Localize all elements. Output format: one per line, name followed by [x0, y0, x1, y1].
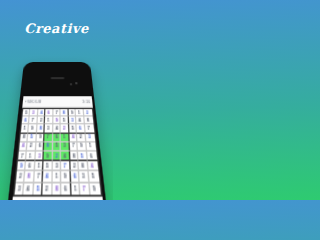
digit: 8 — [72, 153, 75, 159]
phone-screen: ‹ MEDIUM 3:16 ⚙ 534678912672195348198342… — [0, 96, 113, 200]
cell-r4c6[interactable]: 1 — [61, 133, 69, 142]
digit: 9 — [46, 153, 49, 159]
digit: 8 — [22, 134, 25, 139]
digit: 3 — [64, 143, 67, 148]
sudoku-board: 5346789126721953481983425678597614234268… — [12, 108, 101, 196]
digit: 3 — [71, 118, 74, 123]
cell-r4c4[interactable]: 7 — [44, 133, 52, 142]
difficulty-label: MEDIUM — [28, 100, 42, 103]
digit: 9 — [71, 110, 74, 114]
digit: 6 — [79, 126, 82, 131]
settings-button[interactable]: ⚙ — [103, 98, 109, 104]
gear-icon: ⚙ — [103, 98, 109, 104]
digit: 2 — [80, 134, 83, 139]
digit: 6 — [90, 153, 93, 159]
cell-r7c4[interactable]: 5 — [43, 161, 52, 171]
digit: 7 — [64, 163, 67, 169]
cell-r3c4[interactable]: 3 — [45, 125, 53, 133]
digit: 9 — [19, 163, 22, 169]
digit: 4 — [26, 185, 29, 192]
digit: 4 — [79, 118, 82, 123]
digit: 8 — [63, 110, 65, 114]
speaker-grille-icon — [50, 77, 64, 79]
camera-dot-icon — [75, 82, 77, 84]
digit: 7 — [31, 118, 34, 123]
digit: 6 — [55, 134, 58, 139]
digit: 8 — [82, 163, 85, 169]
digit: 5 — [81, 153, 84, 159]
digit: 9 — [64, 173, 67, 179]
digit: 6 — [73, 173, 76, 179]
digit: 5 — [63, 118, 66, 123]
cell-r6c4[interactable]: 9 — [44, 152, 53, 162]
back-button[interactable]: ‹ MEDIUM — [23, 96, 74, 107]
cell-r8c3[interactable]: 7 — [34, 172, 44, 183]
cell-r5c9[interactable]: 1 — [86, 142, 95, 151]
digit: 7 — [83, 185, 86, 192]
digit: 1 — [29, 153, 32, 159]
cell-r2c9[interactable]: 8 — [84, 117, 93, 125]
timer-label: 3:16 — [82, 99, 90, 103]
cell-r3c5[interactable]: 4 — [53, 125, 61, 133]
digit: 2 — [55, 153, 58, 159]
cell-r3c9[interactable]: 7 — [85, 125, 94, 133]
cell-r9c6[interactable]: 6 — [62, 183, 72, 195]
digit: 4 — [46, 173, 49, 179]
digit: 6 — [28, 163, 31, 169]
cell-r6c3[interactable]: 3 — [35, 152, 44, 162]
digit: 5 — [46, 163, 49, 169]
digit: 2 — [86, 110, 89, 114]
digit: 5 — [36, 185, 39, 192]
digit: 3 — [55, 163, 58, 169]
digit: 7 — [88, 126, 91, 131]
digit: 7 — [36, 173, 39, 179]
digit: 1 — [78, 110, 81, 114]
cell-r7c5[interactable]: 3 — [53, 161, 62, 171]
digit: 8 — [39, 126, 42, 131]
digit: 1 — [74, 185, 77, 192]
digit: 4 — [55, 126, 57, 131]
digit: 1 — [47, 118, 50, 123]
cell-r4c5[interactable]: 6 — [53, 133, 61, 142]
digit: 4 — [64, 153, 67, 159]
digit: 5 — [71, 126, 74, 131]
digit: 9 — [31, 126, 34, 131]
digit: 3 — [32, 110, 35, 114]
cell-r9c3[interactable]: 5 — [33, 183, 43, 195]
digit: 7 — [20, 153, 23, 159]
digit: 2 — [73, 163, 76, 169]
digit: 9 — [55, 118, 57, 123]
app-background: { "page_title": "Creative", "game": "sud… — [0, 0, 113, 200]
digit: 2 — [39, 118, 42, 123]
digit: 3 — [38, 153, 41, 159]
cell-r8c6[interactable]: 9 — [62, 172, 71, 183]
digit: 1 — [89, 143, 92, 148]
digit: 4 — [91, 163, 94, 169]
cell-r8c9[interactable]: 5 — [89, 172, 99, 183]
digit: 4 — [72, 134, 75, 139]
digit: 1 — [23, 126, 26, 131]
digit: 9 — [93, 185, 96, 192]
cell-r9c5[interactable]: 8 — [52, 183, 62, 195]
cell-r8c5[interactable]: 1 — [52, 172, 61, 183]
digit: 8 — [27, 173, 30, 179]
cell-r5c6[interactable]: 3 — [61, 142, 70, 151]
digit: 8 — [87, 118, 90, 123]
cell-r9c9[interactable]: 9 — [90, 183, 100, 195]
cell-r7c9[interactable]: 4 — [88, 161, 98, 171]
digit: 5 — [24, 110, 27, 114]
digit: 3 — [82, 173, 85, 179]
digit: 1 — [37, 163, 40, 169]
digit: 6 — [64, 185, 67, 192]
cell-r2c5[interactable]: 9 — [53, 117, 61, 125]
digit: 2 — [45, 185, 48, 192]
cell-r2c4[interactable]: 1 — [45, 117, 53, 125]
cell-r5c5[interactable]: 5 — [53, 142, 62, 151]
digit: 8 — [47, 143, 50, 148]
digit: 5 — [55, 143, 58, 148]
cell-r6c6[interactable]: 4 — [61, 152, 70, 162]
digit: 1 — [55, 173, 58, 179]
digit: 2 — [29, 143, 32, 148]
digit: 9 — [80, 143, 83, 148]
cell-r3c6[interactable]: 2 — [61, 125, 69, 133]
cell-r5c4[interactable]: 8 — [44, 142, 53, 151]
cell-r1c9[interactable]: 2 — [84, 109, 92, 117]
app-bar: ‹ MEDIUM 3:16 ⚙ — [22, 96, 93, 108]
digit: 7 — [72, 143, 75, 148]
digit: 6 — [38, 143, 41, 148]
cell-r8c4[interactable]: 4 — [43, 172, 52, 183]
phone-mockup: ‹ MEDIUM 3:16 ⚙ 534678912672195348198342… — [0, 62, 113, 200]
cell-r6c9[interactable]: 6 — [87, 152, 97, 162]
cell-r1c5[interactable]: 7 — [53, 109, 61, 117]
digit: 6 — [23, 118, 26, 123]
digit: 5 — [92, 173, 95, 179]
digit: 5 — [30, 134, 33, 139]
cell-r7c3[interactable]: 1 — [34, 161, 43, 171]
cell-r7c6[interactable]: 7 — [61, 161, 70, 171]
cell-r9c4[interactable]: 2 — [43, 183, 53, 195]
digit: 3 — [47, 126, 50, 131]
digit: 4 — [40, 110, 43, 114]
digit: 1 — [63, 134, 66, 139]
digit: 9 — [38, 134, 41, 139]
digit: 2 — [63, 126, 66, 131]
digit: 2 — [18, 173, 21, 179]
cell-r4c9[interactable]: 3 — [86, 133, 95, 142]
digit: 6 — [47, 110, 49, 114]
digit: 3 — [89, 134, 92, 139]
digit: 7 — [47, 134, 50, 139]
cell-r6c5[interactable]: 2 — [53, 152, 62, 162]
cell-r5c3[interactable]: 6 — [36, 142, 45, 151]
digit: 4 — [21, 143, 24, 148]
cell-r4c3[interactable]: 9 — [36, 133, 45, 142]
page-title: Creative — [0, 21, 113, 36]
digit: 8 — [55, 185, 58, 192]
cell-r1c4[interactable]: 6 — [45, 109, 53, 117]
digit: 7 — [55, 110, 57, 114]
digit: 3 — [17, 185, 21, 192]
